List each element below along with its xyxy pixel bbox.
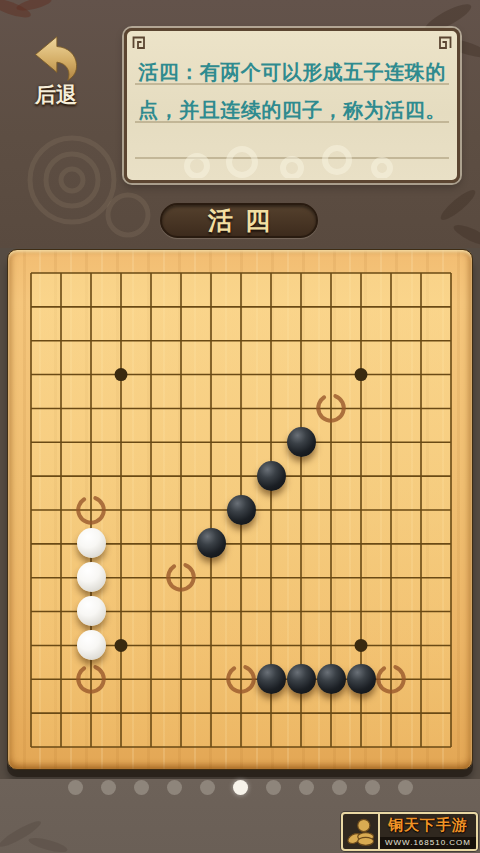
back-arrow-icon: [29, 34, 83, 84]
panel-corner-ornament: [132, 36, 145, 49]
page-dot-4[interactable]: [167, 780, 182, 795]
black-stone: [227, 495, 256, 525]
watermark-badge: 铜天下手游 WWW.168510.COM: [341, 812, 478, 851]
black-stone: [287, 664, 316, 694]
open-point-marker: [314, 391, 348, 425]
cloud-watermark: [167, 144, 407, 178]
watermark-url: WWW.168510.COM: [380, 837, 476, 849]
lesson-title-banner: 活四: [160, 203, 318, 238]
watermark-title: 铜天下手游: [380, 814, 476, 837]
page-dot-1[interactable]: [68, 780, 83, 795]
lesson-title-text: 活四: [196, 204, 282, 237]
black-stone: [257, 461, 286, 491]
open-point-marker: [224, 662, 258, 696]
page-dot-10[interactable]: [365, 780, 380, 795]
white-stone: [77, 596, 106, 626]
page-indicator: [0, 780, 480, 795]
open-point-marker: [74, 493, 108, 527]
app-screen: 后退 活四：有两个可以形成五子连珠的 点，并且连续的四子，称为活四。 活四: [0, 0, 480, 853]
white-stone: [77, 528, 106, 558]
open-point-marker: [374, 662, 408, 696]
header-section: 后退 活四：有两个可以形成五子连珠的 点，并且连续的四子，称为活四。 活四: [0, 0, 480, 249]
black-stone: [197, 528, 226, 558]
watermark-text-block: 铜天下手游 WWW.168510.COM: [380, 814, 476, 849]
back-button-label: 后退: [18, 81, 94, 109]
page-dot-6[interactable]: [233, 780, 248, 795]
page-dot-2[interactable]: [101, 780, 116, 795]
black-stone: [317, 664, 346, 694]
lesson-text-line1: 活四：有两个可以形成五子连珠的: [127, 59, 457, 86]
board-grid: [16, 256, 466, 764]
page-dot-8[interactable]: [299, 780, 314, 795]
gomoku-board[interactable]: [7, 249, 473, 770]
footer-section: 铜天下手游 WWW.168510.COM: [0, 779, 480, 853]
white-stone: [77, 562, 106, 592]
black-stone: [287, 427, 316, 457]
panel-corner-ornament: [439, 36, 452, 49]
page-dot-5[interactable]: [200, 780, 215, 795]
page-dot-7[interactable]: [266, 780, 281, 795]
black-stone: [257, 664, 286, 694]
black-stone: [347, 664, 376, 694]
page-dot-9[interactable]: [332, 780, 347, 795]
coins-icon: [343, 814, 380, 849]
page-dot-11[interactable]: [398, 780, 413, 795]
open-point-marker: [74, 662, 108, 696]
board-zone: [0, 248, 480, 779]
lesson-panel: 活四：有两个可以形成五子连珠的 点，并且连续的四子，称为活四。: [124, 28, 460, 183]
back-button[interactable]: 后退: [18, 34, 94, 109]
open-point-marker: [164, 560, 198, 594]
page-dot-3[interactable]: [134, 780, 149, 795]
white-stone: [77, 630, 106, 660]
lesson-text-line2: 点，并且连续的四子，称为活四。: [127, 97, 457, 124]
